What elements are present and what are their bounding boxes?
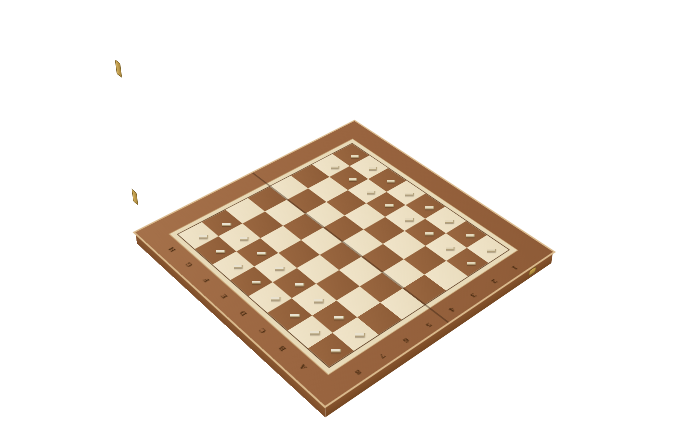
rank-label-2: 2	[485, 275, 503, 287]
file-label-d: D	[235, 306, 253, 319]
rank-label-8: 8	[348, 365, 367, 380]
squares-grid: ♜♟♟♜♞♟♟♞♝♟♟♝♛♟♟♛♚♟♟♚♝♟♟♝♞♟♟♞♜♟♟♜	[178, 144, 508, 367]
file-label-h: H	[164, 243, 181, 254]
brass-hinge	[115, 59, 122, 78]
rank-label-5: 5	[420, 318, 439, 331]
rank-label-1: 1	[506, 261, 524, 273]
product-photo-chess-set: ♜♟♟♜♞♟♟♞♝♟♟♝♛♟♟♛♚♟♟♚♝♟♟♝♞♟♟♞♜♟♟♜ HGFEDCB…	[0, 0, 680, 425]
rank-label-7: 7	[372, 349, 391, 363]
rank-label-6: 6	[396, 333, 415, 347]
pawn-glyph: ♟	[443, 237, 492, 256]
rook-glyph: ♜	[304, 316, 358, 344]
file-label-g: G	[181, 258, 198, 270]
brass-clasp	[528, 266, 536, 277]
board-frame: ♜♟♟♜♞♟♟♞♝♟♟♝♛♟♟♛♚♟♟♚♝♟♟♝♞♟♟♞♜♟♟♜ HGFEDCB…	[133, 120, 556, 409]
file-label-a: A	[294, 360, 313, 375]
brass-hinge	[132, 189, 139, 206]
file-label-f: F	[198, 274, 216, 286]
file-label-b: B	[274, 341, 293, 355]
scene: ♜♟♟♜♞♟♟♞♝♟♟♝♛♟♟♛♚♟♟♚♝♟♟♝♞♟♟♞♜♟♟♜ HGFEDCB…	[0, 0, 680, 425]
chess-board: ♜♟♟♜♞♟♟♞♝♟♟♝♛♟♟♛♚♟♟♚♝♟♟♝♞♟♟♞♜♟♟♜ HGFEDCB…	[133, 120, 556, 409]
rank-label-3: 3	[464, 289, 482, 302]
file-label-c: C	[254, 324, 272, 338]
rank-label-4: 4	[442, 303, 460, 316]
file-label-e: E	[216, 290, 234, 303]
